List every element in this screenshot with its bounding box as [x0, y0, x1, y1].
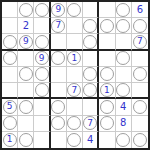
cell-r3c3[interactable]	[34, 34, 50, 50]
cell-r7c1[interactable]: 5	[2, 99, 18, 115]
cell-r9c5[interactable]	[67, 132, 83, 148]
cell-r6c7[interactable]: 1	[99, 83, 115, 99]
empty-circle-marker	[3, 35, 17, 49]
empty-circle-marker	[116, 19, 130, 33]
circled-given-marker: 7	[133, 35, 147, 49]
cell-r1c5[interactable]	[67, 2, 83, 18]
empty-circle-marker	[133, 100, 147, 114]
circled-given-marker: 5	[3, 100, 17, 114]
cell-r4c6[interactable]	[83, 51, 99, 67]
cell-r2c4[interactable]: 7	[51, 18, 67, 34]
given-digit: 1	[72, 54, 78, 63]
cell-r8c9[interactable]	[132, 116, 148, 132]
cell-r2c8[interactable]	[116, 18, 132, 34]
circled-given-marker: 7	[67, 83, 81, 97]
cell-r6c9[interactable]	[132, 83, 148, 99]
cell-r8c1[interactable]	[2, 116, 18, 132]
cell-r9c9[interactable]	[132, 132, 148, 148]
given-digit: 6	[137, 5, 143, 15]
empty-circle-marker	[19, 133, 33, 147]
cell-r5c9[interactable]	[132, 67, 148, 83]
circled-given-marker: 7	[51, 19, 65, 33]
cell-r3c2[interactable]: 9	[18, 34, 34, 50]
cell-r5c8[interactable]	[116, 67, 132, 83]
cell-r8c2[interactable]	[18, 116, 34, 132]
empty-circle-marker	[100, 116, 114, 130]
empty-circle-marker	[35, 67, 49, 81]
cell-r1c6[interactable]	[83, 2, 99, 18]
empty-circle-marker	[100, 67, 114, 81]
empty-circle-marker	[116, 133, 130, 147]
circled-given-marker: 1	[3, 133, 17, 147]
cell-r1c1[interactable]	[2, 2, 18, 18]
empty-circle-marker	[100, 100, 114, 114]
given-digit: 9	[23, 37, 29, 46]
cell-r9c7[interactable]	[99, 132, 115, 148]
cell-r3c8[interactable]	[116, 34, 132, 50]
given-digit: 2	[23, 21, 29, 31]
cell-r6c8[interactable]	[116, 83, 132, 99]
cell-r5c3[interactable]	[34, 67, 50, 83]
circled-given-marker: 9	[35, 51, 49, 65]
cell-r9c3[interactable]	[34, 132, 50, 148]
empty-circle-marker	[100, 19, 114, 33]
given-digit: 7	[55, 21, 61, 30]
cell-r5c7[interactable]	[99, 67, 115, 83]
empty-circle-marker	[133, 19, 147, 33]
cell-r1c7[interactable]	[99, 2, 115, 18]
cell-r2c5[interactable]	[67, 18, 83, 34]
cell-r1c3[interactable]	[34, 2, 50, 18]
cell-r8c7[interactable]	[99, 116, 115, 132]
cell-r6c6[interactable]	[83, 83, 99, 99]
cell-r5c1[interactable]	[2, 67, 18, 83]
cell-r7c6[interactable]	[83, 99, 99, 115]
empty-circle-marker	[83, 67, 97, 81]
cell-r6c1[interactable]	[2, 83, 18, 99]
empty-circle-marker	[3, 116, 17, 130]
given-digit: 7	[137, 37, 143, 46]
cell-r9c2[interactable]	[18, 132, 34, 148]
cell-r4c1[interactable]	[2, 51, 18, 67]
given-digit: 5	[7, 102, 13, 111]
cell-r5c6[interactable]	[83, 67, 99, 83]
cell-r6c2[interactable]	[18, 83, 34, 99]
cell-r2c7[interactable]	[99, 18, 115, 34]
cell-r5c5[interactable]	[67, 67, 83, 83]
cell-r3c9[interactable]: 7	[132, 34, 148, 50]
empty-circle-marker	[35, 83, 49, 97]
cell-r1c9[interactable]: 6	[132, 2, 148, 18]
given-digit: 9	[55, 5, 61, 14]
given-digit: 4	[87, 135, 93, 145]
given-digit: 7	[87, 119, 93, 128]
cell-r2c1[interactable]	[2, 18, 18, 34]
cell-r3c1[interactable]	[2, 34, 18, 50]
given-digit: 1	[104, 86, 110, 95]
cell-r1c2[interactable]	[18, 2, 34, 18]
empty-circle-marker	[133, 133, 147, 147]
circled-given-marker: 9	[51, 3, 65, 17]
given-digit: 9	[39, 54, 45, 63]
cell-r9c8[interactable]	[116, 132, 132, 148]
empty-circle-marker	[83, 83, 97, 97]
empty-circle-marker	[83, 19, 97, 33]
cell-r9c6[interactable]: 4	[83, 132, 99, 148]
given-digit: 4	[120, 102, 126, 112]
cell-r9c1[interactable]: 1	[2, 132, 18, 148]
cell-r5c2[interactable]	[18, 67, 34, 83]
cell-r2c6[interactable]	[83, 18, 99, 34]
cell-r4c8[interactable]	[116, 51, 132, 67]
cell-r4c7[interactable]	[99, 51, 115, 67]
cell-r2c2[interactable]: 2	[18, 18, 34, 34]
empty-circle-marker	[116, 51, 130, 65]
empty-circle-marker	[19, 3, 33, 17]
cell-r8c5[interactable]	[67, 116, 83, 132]
cell-r3c7[interactable]	[99, 34, 115, 50]
cell-r2c3[interactable]	[34, 18, 50, 34]
circled-given-marker: 1	[100, 83, 114, 97]
cell-r7c8[interactable]: 4	[116, 99, 132, 115]
cell-r8c6[interactable]: 7	[83, 116, 99, 132]
cell-r3c4[interactable]	[51, 34, 67, 50]
cell-r6c5[interactable]: 7	[67, 83, 83, 99]
cell-r7c3[interactable]	[34, 99, 50, 115]
cell-r7c4[interactable]	[51, 99, 67, 115]
empty-circle-marker	[67, 133, 81, 147]
given-digit: 7	[72, 86, 78, 95]
empty-circle-marker	[3, 51, 17, 65]
cell-r5c4[interactable]	[51, 67, 67, 83]
circled-given-marker: 9	[19, 35, 33, 49]
cell-r7c9[interactable]	[132, 99, 148, 115]
empty-circle-marker	[19, 67, 33, 81]
cell-r7c2[interactable]	[18, 99, 34, 115]
cell-r3c6[interactable]	[83, 34, 99, 50]
cell-r8c8[interactable]: 8	[116, 116, 132, 132]
cell-r8c4[interactable]	[51, 116, 67, 132]
given-digit: 1	[7, 135, 13, 144]
empty-circle-marker	[35, 35, 49, 49]
cell-r4c9[interactable]	[132, 51, 148, 67]
circled-given-marker: 7	[83, 116, 97, 130]
empty-circle-marker	[51, 100, 65, 114]
circled-given-marker: 1	[67, 51, 81, 65]
cell-r8c3[interactable]	[34, 116, 50, 132]
cell-r7c5[interactable]	[67, 99, 83, 115]
cell-r7c7[interactable]	[99, 99, 115, 115]
cell-r4c5[interactable]: 1	[67, 51, 83, 67]
sudoku-board: 9627979171547814	[0, 0, 150, 150]
empty-circle-marker	[51, 116, 65, 130]
cell-r4c4[interactable]	[51, 51, 67, 67]
empty-circle-marker	[116, 83, 130, 97]
given-digit: 8	[120, 118, 126, 128]
empty-circle-marker	[133, 67, 147, 81]
empty-circle-marker	[83, 35, 97, 49]
empty-circle-marker	[35, 3, 49, 17]
cell-r6c3[interactable]	[34, 83, 50, 99]
cell-r3c5[interactable]	[67, 34, 83, 50]
empty-circle-marker	[19, 100, 33, 114]
cell-r9c4[interactable]	[51, 132, 67, 148]
empty-circle-marker	[51, 51, 65, 65]
empty-circle-marker	[116, 3, 130, 17]
cell-r4c3[interactable]: 9	[34, 51, 50, 67]
cell-r4c2[interactable]	[18, 51, 34, 67]
cell-r6c4[interactable]	[51, 83, 67, 99]
cell-r2c9[interactable]	[132, 18, 148, 34]
cell-r1c8[interactable]	[116, 2, 132, 18]
empty-circle-marker	[67, 116, 81, 130]
empty-circle-marker	[67, 3, 81, 17]
cell-r1c4[interactable]: 9	[51, 2, 67, 18]
